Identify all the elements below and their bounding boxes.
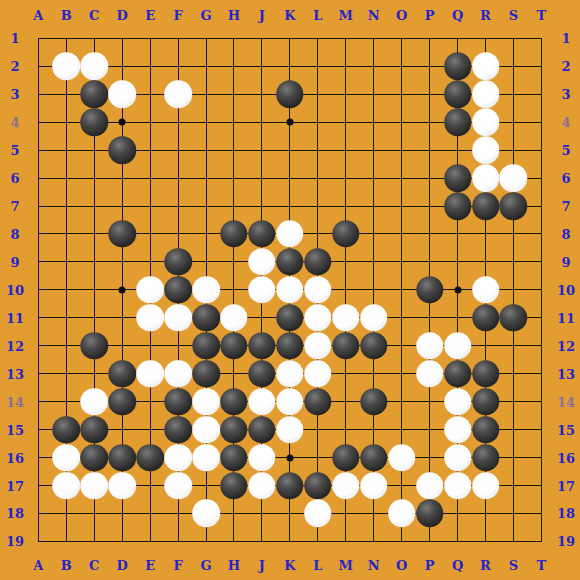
black-stone xyxy=(472,388,500,416)
col-label: F xyxy=(173,8,182,23)
row-label: 1 xyxy=(10,31,19,46)
row-label: 12 xyxy=(6,338,24,353)
black-stone xyxy=(472,304,500,332)
goban[interactable]: AABBCCDDEEFFGGHHJJKKLLMMNNOOPPQQRRSSTT11… xyxy=(0,0,580,580)
col-label: E xyxy=(145,558,155,573)
row-label: 16 xyxy=(6,450,24,465)
row-label: 2 xyxy=(10,59,19,74)
black-stone xyxy=(444,164,472,192)
black-stone xyxy=(192,332,220,360)
white-stone xyxy=(136,276,164,304)
row-label: 11 xyxy=(557,310,575,325)
col-label: L xyxy=(313,8,322,23)
white-stone xyxy=(444,416,472,444)
star-point xyxy=(286,119,293,126)
white-stone xyxy=(164,304,192,332)
white-stone xyxy=(192,388,220,416)
white-stone xyxy=(53,53,81,81)
grid-line-vertical xyxy=(541,38,542,542)
grid-line-vertical xyxy=(38,38,39,542)
black-stone xyxy=(304,388,332,416)
white-stone xyxy=(304,276,332,304)
black-stone xyxy=(164,388,192,416)
black-stone xyxy=(276,80,304,108)
col-label: P xyxy=(425,8,435,23)
row-label: 5 xyxy=(561,143,570,158)
white-stone xyxy=(444,444,472,472)
black-stone xyxy=(360,332,388,360)
white-stone xyxy=(248,444,276,472)
black-stone xyxy=(360,388,388,416)
black-stone xyxy=(332,220,360,248)
row-label: 1 xyxy=(561,31,570,46)
black-stone xyxy=(192,304,220,332)
col-label: P xyxy=(425,558,435,573)
white-stone xyxy=(164,360,192,388)
black-stone xyxy=(332,332,360,360)
white-stone xyxy=(164,80,192,108)
black-stone xyxy=(108,444,136,472)
col-label: N xyxy=(368,558,380,573)
black-stone xyxy=(220,444,248,472)
row-label: 3 xyxy=(10,87,19,102)
white-stone xyxy=(472,136,500,164)
white-stone xyxy=(192,276,220,304)
black-stone xyxy=(164,276,192,304)
row-label: 9 xyxy=(561,254,570,269)
col-label: S xyxy=(509,8,518,23)
black-stone xyxy=(500,192,528,220)
row-label: 17 xyxy=(6,478,24,493)
white-stone xyxy=(472,472,500,500)
black-stone xyxy=(80,444,108,472)
white-stone xyxy=(472,53,500,81)
white-stone xyxy=(164,472,192,500)
col-label: K xyxy=(284,8,295,23)
col-label: O xyxy=(396,558,407,573)
white-stone xyxy=(416,472,444,500)
white-stone xyxy=(220,304,248,332)
col-label: M xyxy=(339,8,353,23)
black-stone xyxy=(248,332,276,360)
col-label: J xyxy=(259,8,265,23)
col-label: C xyxy=(89,558,99,573)
white-stone xyxy=(136,360,164,388)
col-label: T xyxy=(537,8,547,23)
white-stone xyxy=(416,360,444,388)
col-label: H xyxy=(228,558,240,573)
black-stone xyxy=(108,220,136,248)
black-stone xyxy=(53,416,81,444)
row-label: 9 xyxy=(10,254,19,269)
white-stone xyxy=(276,360,304,388)
black-stone xyxy=(220,472,248,500)
black-stone xyxy=(276,304,304,332)
grid-line-vertical xyxy=(513,38,514,542)
white-stone xyxy=(108,472,136,500)
white-stone xyxy=(444,388,472,416)
col-label: R xyxy=(480,8,491,23)
row-label: 11 xyxy=(6,310,24,325)
black-stone xyxy=(472,360,500,388)
col-label: F xyxy=(173,558,182,573)
black-stone xyxy=(472,444,500,472)
star-point xyxy=(286,454,293,461)
white-stone xyxy=(304,304,332,332)
row-label: 18 xyxy=(6,506,24,521)
white-stone xyxy=(80,472,108,500)
black-stone xyxy=(164,248,192,276)
col-label: Q xyxy=(452,8,463,23)
black-stone xyxy=(416,500,444,528)
col-label: H xyxy=(228,8,240,23)
col-label: G xyxy=(200,8,211,23)
row-label: 7 xyxy=(10,199,19,214)
black-stone xyxy=(80,332,108,360)
white-stone xyxy=(388,444,416,472)
col-label: B xyxy=(61,8,72,23)
col-label: R xyxy=(480,558,491,573)
col-label: T xyxy=(537,558,547,573)
grid-line-horizontal xyxy=(38,38,542,39)
black-stone xyxy=(472,416,500,444)
black-stone xyxy=(80,108,108,136)
white-stone xyxy=(332,304,360,332)
row-label: 16 xyxy=(557,450,575,465)
white-stone xyxy=(53,444,81,472)
black-stone xyxy=(332,444,360,472)
black-stone xyxy=(248,416,276,444)
col-label: C xyxy=(89,8,99,23)
black-stone xyxy=(444,192,472,220)
row-label: 6 xyxy=(561,171,570,186)
black-stone xyxy=(304,472,332,500)
row-label: 10 xyxy=(6,282,24,297)
col-label: Q xyxy=(452,558,463,573)
col-label: J xyxy=(259,558,265,573)
black-stone xyxy=(108,388,136,416)
row-label: 13 xyxy=(6,366,24,381)
white-stone xyxy=(472,164,500,192)
row-label: 18 xyxy=(557,506,575,521)
black-stone xyxy=(276,472,304,500)
row-label: 10 xyxy=(557,282,575,297)
black-stone xyxy=(192,360,220,388)
col-label: N xyxy=(368,8,380,23)
col-label: S xyxy=(509,558,518,573)
white-stone xyxy=(276,220,304,248)
row-label: 15 xyxy=(557,422,575,437)
white-stone xyxy=(192,444,220,472)
white-stone xyxy=(444,472,472,500)
black-stone xyxy=(220,332,248,360)
black-stone xyxy=(500,304,528,332)
col-label: M xyxy=(339,558,353,573)
col-label: A xyxy=(33,558,43,573)
row-label: 15 xyxy=(6,422,24,437)
col-label: E xyxy=(145,8,155,23)
white-stone xyxy=(276,276,304,304)
col-label: K xyxy=(284,558,295,573)
black-stone xyxy=(108,136,136,164)
white-stone xyxy=(472,80,500,108)
black-stone xyxy=(360,444,388,472)
white-stone xyxy=(332,472,360,500)
col-label: D xyxy=(117,8,128,23)
white-stone xyxy=(304,360,332,388)
white-stone xyxy=(388,500,416,528)
star-point xyxy=(454,286,461,293)
white-stone xyxy=(276,416,304,444)
black-stone xyxy=(444,53,472,81)
go-board-screen: AABBCCDDEEFFGGHHJJKKLLMMNNOOPPQQRRSSTT11… xyxy=(0,0,580,580)
grid-line-horizontal xyxy=(38,513,542,514)
row-label: 19 xyxy=(557,534,575,549)
black-stone xyxy=(304,248,332,276)
row-label: 13 xyxy=(557,366,575,381)
white-stone xyxy=(248,388,276,416)
black-stone xyxy=(472,192,500,220)
white-stone xyxy=(360,472,388,500)
white-stone xyxy=(108,80,136,108)
black-stone xyxy=(444,80,472,108)
white-stone xyxy=(500,164,528,192)
black-stone xyxy=(416,276,444,304)
col-label: B xyxy=(61,558,72,573)
grid-line-horizontal xyxy=(38,541,542,542)
white-stone xyxy=(248,248,276,276)
black-stone xyxy=(80,80,108,108)
row-label: 8 xyxy=(561,226,570,241)
col-label: D xyxy=(117,558,128,573)
black-stone xyxy=(136,444,164,472)
white-stone xyxy=(444,332,472,360)
white-stone xyxy=(136,304,164,332)
col-label: O xyxy=(396,8,407,23)
col-label: L xyxy=(313,558,322,573)
white-stone xyxy=(360,304,388,332)
white-stone xyxy=(304,500,332,528)
white-stone xyxy=(276,388,304,416)
black-stone xyxy=(80,416,108,444)
row-label: 4 xyxy=(10,115,19,130)
row-label: 5 xyxy=(10,143,19,158)
black-stone xyxy=(108,360,136,388)
black-stone xyxy=(220,416,248,444)
row-label: 8 xyxy=(10,226,19,241)
white-stone xyxy=(304,332,332,360)
star-point xyxy=(119,119,126,126)
star-point xyxy=(119,286,126,293)
black-stone xyxy=(220,388,248,416)
row-label: 14 xyxy=(557,394,575,409)
black-stone xyxy=(220,220,248,248)
row-label: 12 xyxy=(557,338,575,353)
col-label: G xyxy=(200,558,211,573)
row-label: 19 xyxy=(6,534,24,549)
white-stone xyxy=(472,276,500,304)
row-label: 2 xyxy=(561,59,570,74)
black-stone xyxy=(164,416,192,444)
black-stone xyxy=(276,332,304,360)
black-stone xyxy=(444,108,472,136)
white-stone xyxy=(472,108,500,136)
white-stone xyxy=(192,500,220,528)
black-stone xyxy=(444,360,472,388)
row-label: 3 xyxy=(561,87,570,102)
black-stone xyxy=(248,360,276,388)
row-label: 4 xyxy=(561,115,570,130)
black-stone xyxy=(248,220,276,248)
row-label: 14 xyxy=(6,394,24,409)
white-stone xyxy=(53,472,81,500)
white-stone xyxy=(248,276,276,304)
black-stone xyxy=(276,248,304,276)
white-stone xyxy=(80,53,108,81)
white-stone xyxy=(80,388,108,416)
white-stone xyxy=(248,472,276,500)
white-stone xyxy=(164,444,192,472)
row-label: 17 xyxy=(557,478,575,493)
col-label: A xyxy=(33,8,43,23)
white-stone xyxy=(416,332,444,360)
row-label: 7 xyxy=(561,199,570,214)
row-label: 6 xyxy=(10,171,19,186)
white-stone xyxy=(192,416,220,444)
